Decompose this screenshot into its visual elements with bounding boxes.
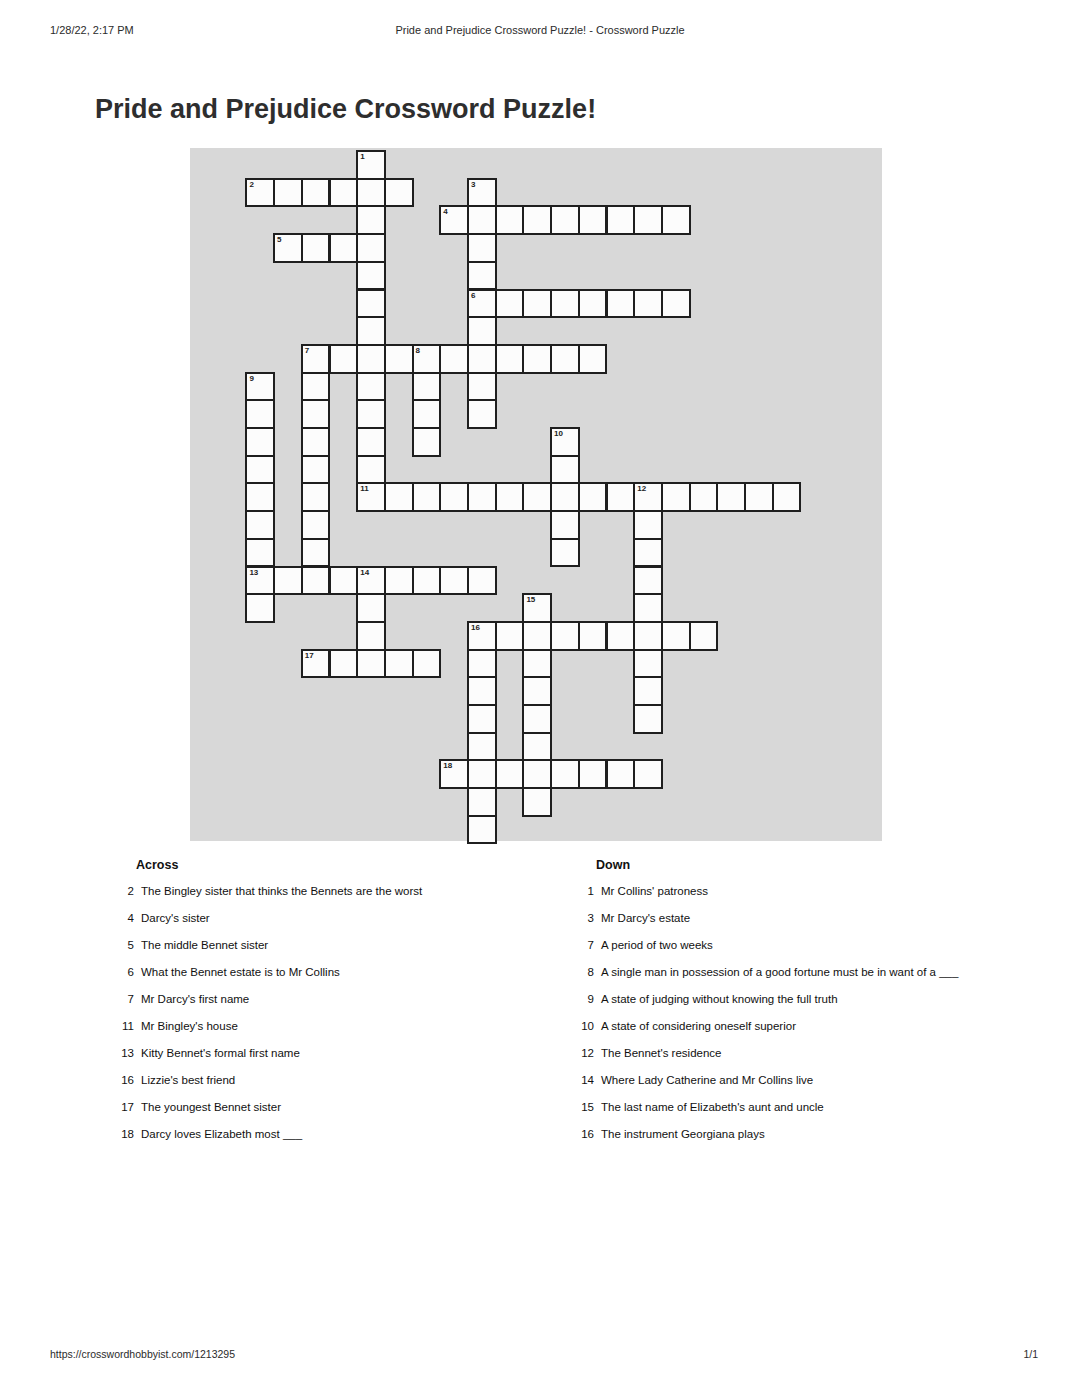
crossword-cell <box>245 538 275 568</box>
clue-item: 1Mr Collins' patroness <box>576 884 1006 898</box>
clue-item-text: Kitty Bennet's formal first name <box>141 1046 536 1060</box>
crossword-cell <box>329 233 359 263</box>
crossword-cell <box>550 538 580 568</box>
clue-item-text: The Bennet's residence <box>601 1046 1006 1060</box>
clue-item: 11Mr Bingley's house <box>116 1019 536 1033</box>
clue-item-number: 4 <box>116 911 134 925</box>
crossword-cell <box>301 455 331 485</box>
clue-item-text: The instrument Georgiana plays <box>601 1127 1006 1141</box>
crossword-cell: 1 <box>356 150 386 180</box>
clue-item: 13Kitty Bennet's formal first name <box>116 1046 536 1060</box>
crossword-cell <box>661 205 691 235</box>
clue-item: 3Mr Darcy's estate <box>576 911 1006 925</box>
clue-item-number: 5 <box>116 938 134 952</box>
crossword-cell <box>384 178 414 208</box>
clue-item-number: 1 <box>576 884 594 898</box>
clue-item: 18Darcy loves Elizabeth most ___ <box>116 1127 536 1141</box>
crossword-cell <box>467 372 497 402</box>
crossword-cell <box>467 261 497 291</box>
crossword-cell: 13 <box>245 566 275 596</box>
crossword-cell <box>578 289 608 319</box>
clue-number-label: 7 <box>305 346 309 355</box>
page-number: 1/1 <box>1023 1348 1038 1360</box>
crossword-cell <box>356 455 386 485</box>
clue-item-text: Darcy loves Elizabeth most ___ <box>141 1127 536 1141</box>
clue-item: 16The instrument Georgiana plays <box>576 1127 1006 1141</box>
crossword-cell <box>329 649 359 679</box>
print-document-title: Pride and Prejudice Crossword Puzzle! - … <box>0 24 1080 36</box>
clue-item-number: 11 <box>116 1019 134 1033</box>
across-clues-section: Across 2The Bingley sister that thinks t… <box>116 858 536 1154</box>
crossword-cell <box>633 676 663 706</box>
clue-item: 14Where Lady Catherine and Mr Collins li… <box>576 1073 1006 1087</box>
crossword-cell <box>301 566 331 596</box>
crossword-cell <box>301 372 331 402</box>
crossword-cell <box>661 289 691 319</box>
clue-item-number: 15 <box>576 1100 594 1114</box>
across-heading: Across <box>136 858 536 872</box>
crossword-cell <box>633 205 663 235</box>
clue-item-number: 16 <box>576 1127 594 1141</box>
clue-item-text: A state of judging without knowing the f… <box>601 992 1006 1006</box>
crossword-cell <box>329 566 359 596</box>
clue-number-label: 10 <box>554 429 563 438</box>
crossword-cell <box>578 344 608 374</box>
crossword-cell <box>356 178 386 208</box>
crossword-cell <box>412 427 442 457</box>
clue-item: 17The youngest Bennet sister <box>116 1100 536 1114</box>
crossword-cell <box>467 399 497 429</box>
clue-number-label: 18 <box>443 761 452 770</box>
clue-item-number: 6 <box>116 965 134 979</box>
clue-item-text: A state of considering oneself superior <box>601 1019 1006 1033</box>
clue-item-number: 2 <box>116 884 134 898</box>
crossword-cell <box>384 344 414 374</box>
crossword-cell <box>522 344 552 374</box>
crossword-cell <box>356 427 386 457</box>
crossword-cell <box>301 178 331 208</box>
crossword-cell: 18 <box>439 759 469 789</box>
crossword-cell <box>522 704 552 734</box>
clue-item-number: 18 <box>116 1127 134 1141</box>
crossword-cell <box>606 759 636 789</box>
print-header: 1/28/22, 2:17 PM Pride and Prejudice Cro… <box>0 24 1080 40</box>
crossword-cell <box>606 482 636 512</box>
crossword-cell <box>467 759 497 789</box>
crossword-cell <box>245 482 275 512</box>
crossword-cell <box>412 482 442 512</box>
crossword-cell <box>467 233 497 263</box>
clue-item: 6What the Bennet estate is to Mr Collins <box>116 965 536 979</box>
crossword-cell <box>356 649 386 679</box>
crossword-cell: 10 <box>550 427 580 457</box>
clue-number-label: 8 <box>416 346 420 355</box>
clue-item-text: Mr Collins' patroness <box>601 884 1006 898</box>
clue-number-label: 2 <box>249 180 253 189</box>
crossword-cell <box>301 482 331 512</box>
crossword-cell <box>356 261 386 291</box>
crossword-cell <box>606 621 636 651</box>
crossword-cell <box>301 427 331 457</box>
crossword-cell <box>633 566 663 596</box>
crossword-cell <box>495 205 525 235</box>
clue-item-text: A period of two weeks <box>601 938 1006 952</box>
crossword-cell: 8 <box>412 344 442 374</box>
crossword-cell <box>550 455 580 485</box>
crossword-cell <box>550 510 580 540</box>
clue-item-text: A single man in possession of a good for… <box>601 965 1006 979</box>
crossword-cell <box>439 566 469 596</box>
crossword-cell <box>356 621 386 651</box>
crossword-cell <box>245 510 275 540</box>
crossword-cell <box>384 482 414 512</box>
clue-item-text: Darcy's sister <box>141 911 536 925</box>
clue-item-number: 16 <box>116 1073 134 1087</box>
crossword-cell <box>522 676 552 706</box>
clue-item-number: 12 <box>576 1046 594 1060</box>
crossword-cell <box>245 455 275 485</box>
clue-item-text: Mr Darcy's estate <box>601 911 1006 925</box>
clue-number-label: 4 <box>443 207 447 216</box>
crossword-cell <box>550 344 580 374</box>
crossword-cell <box>329 344 359 374</box>
crossword-cell <box>356 205 386 235</box>
crossword-cell <box>633 538 663 568</box>
crossword-cell <box>412 399 442 429</box>
crossword-cell: 6 <box>467 289 497 319</box>
crossword-cell <box>633 759 663 789</box>
crossword-cell <box>522 289 552 319</box>
clue-item-number: 8 <box>576 965 594 979</box>
crossword-cell: 7 <box>301 344 331 374</box>
crossword-cell <box>467 787 497 817</box>
clue-item-text: The youngest Bennet sister <box>141 1100 536 1114</box>
crossword-cell <box>578 205 608 235</box>
clue-item-number: 10 <box>576 1019 594 1033</box>
clue-number-label: 6 <box>471 291 475 300</box>
clue-item: 16Lizzie's best friend <box>116 1073 536 1087</box>
crossword-cell <box>329 178 359 208</box>
crossword-cell <box>467 649 497 679</box>
crossword-cell <box>772 482 802 512</box>
crossword-cell <box>412 649 442 679</box>
crossword-cell <box>689 482 719 512</box>
crossword-cell <box>633 649 663 679</box>
crossword-cell <box>744 482 774 512</box>
clue-item-text: Mr Bingley's house <box>141 1019 536 1033</box>
crossword-cell: 5 <box>273 233 303 263</box>
crossword-cell <box>467 482 497 512</box>
crossword-cell: 17 <box>301 649 331 679</box>
clue-number-label: 16 <box>471 623 480 632</box>
clue-item-number: 13 <box>116 1046 134 1060</box>
crossword-cell: 11 <box>356 482 386 512</box>
page-title: Pride and Prejudice Crossword Puzzle! <box>95 94 596 125</box>
crossword-cell <box>439 482 469 512</box>
crossword-cell: 9 <box>245 372 275 402</box>
clue-item-number: 7 <box>576 938 594 952</box>
crossword-cell <box>495 621 525 651</box>
crossword-cell <box>467 205 497 235</box>
clue-item-number: 9 <box>576 992 594 1006</box>
crossword-board: 123456789101112131415161718 <box>190 148 882 841</box>
crossword-cell <box>384 566 414 596</box>
clue-item-number: 14 <box>576 1073 594 1087</box>
crossword-cell <box>356 399 386 429</box>
crossword-cell <box>356 233 386 263</box>
clue-item: 10A state of considering oneself superio… <box>576 1019 1006 1033</box>
clue-item-text: The last name of Elizabeth's aunt and un… <box>601 1100 1006 1114</box>
crossword-cell <box>550 621 580 651</box>
clue-number-label: 17 <box>305 651 314 660</box>
crossword-cell <box>245 399 275 429</box>
clue-item: 2The Bingley sister that thinks the Benn… <box>116 884 536 898</box>
crossword-cell <box>356 289 386 319</box>
crossword-cell <box>689 621 719 651</box>
crossword-cell <box>384 649 414 679</box>
crossword-cell <box>633 704 663 734</box>
crossword-cell <box>522 759 552 789</box>
clue-number-label: 5 <box>277 235 281 244</box>
clue-item-number: 7 <box>116 992 134 1006</box>
crossword-cell <box>522 205 552 235</box>
crossword-cell <box>273 566 303 596</box>
crossword-cell <box>716 482 746 512</box>
clue-number-label: 3 <box>471 180 475 189</box>
crossword-cell <box>467 344 497 374</box>
clue-number-label: 1 <box>360 152 364 161</box>
crossword-cell: 3 <box>467 178 497 208</box>
crossword-cell <box>495 759 525 789</box>
crossword-cell <box>550 289 580 319</box>
clue-number-label: 12 <box>637 484 646 493</box>
down-clue-list: 1Mr Collins' patroness3Mr Darcy's estate… <box>576 884 1006 1141</box>
crossword-cell <box>356 344 386 374</box>
crossword-cell <box>633 289 663 319</box>
clue-item-text: The Bingley sister that thinks the Benne… <box>141 884 536 898</box>
crossword-cell <box>522 649 552 679</box>
crossword-cell <box>495 289 525 319</box>
clue-item: 7Mr Darcy's first name <box>116 992 536 1006</box>
clue-item: 5The middle Bennet sister <box>116 938 536 952</box>
crossword-cell <box>301 510 331 540</box>
crossword-cell <box>245 427 275 457</box>
down-clues-section: Down 1Mr Collins' patroness3Mr Darcy's e… <box>576 858 1006 1154</box>
clue-number-label: 11 <box>360 484 368 493</box>
clue-number-label: 14 <box>360 568 369 577</box>
clue-number-label: 13 <box>249 568 258 577</box>
crossword-cell: 14 <box>356 566 386 596</box>
crossword-cell <box>522 787 552 817</box>
crossword-cell <box>550 759 580 789</box>
crossword-cell <box>606 205 636 235</box>
crossword-cell: 15 <box>522 593 552 623</box>
crossword-cell <box>273 178 303 208</box>
crossword-cell: 12 <box>633 482 663 512</box>
clue-item: 15The last name of Elizabeth's aunt and … <box>576 1100 1006 1114</box>
crossword-cell <box>467 815 497 845</box>
crossword-cell: 2 <box>245 178 275 208</box>
crossword-cell <box>495 482 525 512</box>
crossword-cell <box>578 482 608 512</box>
clue-item: 4Darcy's sister <box>116 911 536 925</box>
clue-item-number: 3 <box>576 911 594 925</box>
crossword-cell <box>356 593 386 623</box>
crossword-cell <box>412 372 442 402</box>
crossword-cell <box>522 482 552 512</box>
crossword-cell <box>633 621 663 651</box>
down-heading: Down <box>596 858 1006 872</box>
clue-item: 9A state of judging without knowing the … <box>576 992 1006 1006</box>
clue-item-text: Mr Darcy's first name <box>141 992 536 1006</box>
clue-number-label: 9 <box>249 374 253 383</box>
crossword-cell <box>633 593 663 623</box>
crossword-cell <box>578 621 608 651</box>
crossword-cell <box>578 759 608 789</box>
clue-item-text: The middle Bennet sister <box>141 938 536 952</box>
crossword-cell <box>467 732 497 762</box>
crossword-cell <box>301 538 331 568</box>
clue-item: 7A period of two weeks <box>576 938 1006 952</box>
crossword-cell <box>356 372 386 402</box>
clue-number-label: 15 <box>526 595 535 604</box>
crossword-cell <box>245 593 275 623</box>
source-url: https://crosswordhobbyist.com/1213295 <box>50 1348 235 1360</box>
crossword-cell <box>661 621 691 651</box>
crossword-cell <box>633 510 663 540</box>
crossword-cell <box>550 205 580 235</box>
printed-page: 1/28/22, 2:17 PM Pride and Prejudice Cro… <box>0 0 1080 1395</box>
clue-item: 8A single man in possession of a good fo… <box>576 965 1006 979</box>
print-footer: https://crosswordhobbyist.com/1213295 1/… <box>0 1348 1080 1364</box>
crossword-cell <box>301 399 331 429</box>
crossword-cell <box>606 289 636 319</box>
crossword-cell <box>495 344 525 374</box>
clue-item-text: What the Bennet estate is to Mr Collins <box>141 965 536 979</box>
crossword-cell <box>412 566 442 596</box>
crossword-cell: 4 <box>439 205 469 235</box>
clue-item-number: 17 <box>116 1100 134 1114</box>
crossword-cell: 16 <box>467 621 497 651</box>
crossword-cell <box>550 482 580 512</box>
crossword-cell <box>661 482 691 512</box>
clue-item-text: Lizzie's best friend <box>141 1073 536 1087</box>
crossword-cell <box>522 621 552 651</box>
crossword-cell <box>356 316 386 346</box>
crossword-cell <box>467 704 497 734</box>
across-clue-list: 2The Bingley sister that thinks the Benn… <box>116 884 536 1141</box>
crossword-cell <box>467 566 497 596</box>
crossword-cell <box>522 732 552 762</box>
clue-item: 12The Bennet's residence <box>576 1046 1006 1060</box>
crossword-cell <box>439 344 469 374</box>
crossword-cell <box>467 676 497 706</box>
clue-item-text: Where Lady Catherine and Mr Collins live <box>601 1073 1006 1087</box>
crossword-cell <box>301 233 331 263</box>
crossword-cell <box>467 316 497 346</box>
